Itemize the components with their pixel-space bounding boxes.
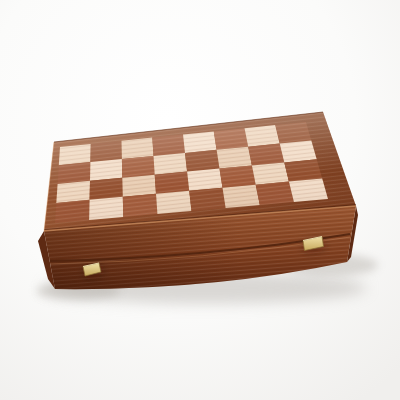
scene bbox=[0, 0, 400, 400]
product-photo-wooden-game-case bbox=[0, 0, 400, 400]
